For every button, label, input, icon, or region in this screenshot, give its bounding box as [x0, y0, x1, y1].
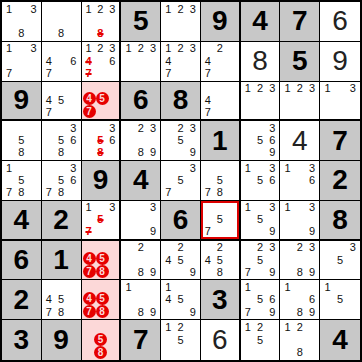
candidate-3: 3: [187, 3, 199, 15]
given-digit: 7: [280, 2, 319, 41]
cell-r5c5[interactable]: 357: [161, 161, 201, 201]
cell-r2c5[interactable]: 12347: [161, 42, 201, 82]
candidate-1: 1: [3, 43, 15, 55]
candidate-6: 6: [106, 135, 118, 147]
pencil-marks: 2458: [202, 242, 238, 279]
cell-r9c2[interactable]: 9: [42, 320, 82, 360]
cell-r9c5[interactable]: 125: [161, 320, 201, 360]
cell-r3c3[interactable]: 457: [82, 82, 122, 122]
cell-r7c3[interactable]: 4578: [82, 241, 122, 281]
candidate-6: 6: [67, 135, 79, 147]
cell-r7c6[interactable]: 2458: [201, 241, 241, 281]
candidate-3: 3: [28, 3, 40, 15]
pencil-marks: 123: [281, 83, 318, 119]
candidate-6: 6: [106, 55, 118, 67]
candidate-5: 5: [334, 294, 347, 306]
candidate-2: 2: [94, 3, 106, 15]
candidate-3: 3: [106, 122, 118, 134]
candidate-2: 2: [174, 321, 186, 334]
highlighted-candidate-5: 5: [94, 333, 107, 346]
eliminated-candidate-7: 7: [83, 226, 95, 238]
candidate-5: 5: [214, 254, 226, 266]
cell-r2c9[interactable]: 9: [320, 42, 360, 82]
cell-r9c3[interactable]: 58: [82, 320, 122, 360]
candidate-2: 2: [174, 43, 186, 55]
candidate-7: 7: [202, 67, 214, 79]
candidate-8: 8: [135, 306, 147, 318]
given-digit: 4: [241, 2, 280, 41]
highlighted-candidate-7: 7: [83, 305, 96, 318]
candidate-2: 2: [294, 321, 306, 334]
candidate-8: 8: [214, 266, 226, 278]
pencil-marks: 128: [281, 321, 318, 359]
cell-r5c4[interactable]: 4: [121, 161, 161, 201]
candidate-5: 5: [254, 294, 266, 306]
cell-r5c9[interactable]: 2: [320, 161, 360, 201]
candidate-2: 2: [254, 321, 266, 334]
pencil-marks: 138: [3, 3, 40, 40]
pencil-marks: 125: [242, 321, 279, 359]
pencil-marks: 3569: [242, 122, 279, 159]
cell-r1c8[interactable]: 7: [280, 2, 320, 42]
candidate-4: 4: [43, 294, 55, 306]
pencil-marks: 1356: [242, 162, 279, 199]
candidate-3: 3: [28, 43, 40, 55]
pencil-marks: 23579: [242, 242, 279, 279]
given-digit: 9: [82, 161, 120, 200]
candidate-2: 2: [174, 3, 186, 15]
highlighted-candidate-5: 5: [96, 292, 109, 305]
candidate-2: 2: [94, 43, 106, 55]
candidate-1: 1: [242, 162, 254, 174]
cell-r3c2[interactable]: 457: [42, 82, 82, 122]
cell-r1c9[interactable]: 6: [320, 2, 360, 42]
given-digit: 2: [320, 161, 360, 200]
given-digit: 4: [121, 161, 160, 200]
candidate-1: 1: [242, 321, 254, 334]
cell-r7c4[interactable]: 289: [121, 241, 161, 281]
cell-r6c3[interactable]: 1357: [82, 201, 122, 241]
candidate-1: 1: [3, 3, 15, 15]
pencil-marks: 8: [43, 3, 80, 40]
cell-r7c8[interactable]: 2389: [280, 241, 320, 281]
cell-r5c2[interactable]: 35678: [42, 161, 82, 201]
cell-r8c8[interactable]: 1689: [280, 280, 320, 320]
candidate-7: 7: [162, 67, 174, 79]
candidate-1: 1: [321, 83, 334, 95]
pencil-marks: 189: [122, 281, 159, 318]
cell-r9c9[interactable]: 4: [320, 320, 360, 360]
candidate-1: 1: [83, 202, 95, 214]
candidate-3: 3: [306, 202, 318, 214]
highlighted-candidate-8: 8: [96, 265, 109, 278]
candidate-7: 7: [162, 187, 174, 199]
candidate-5: 5: [55, 294, 67, 306]
candidate-4: 4: [162, 294, 174, 306]
candidate-5: 5: [254, 135, 266, 147]
candidate-5: 5: [174, 174, 186, 186]
candidate-7: 7: [43, 67, 55, 79]
pencil-marks: 4578: [43, 281, 80, 318]
candidate-3: 3: [106, 3, 118, 15]
cell-r1c6[interactable]: 9: [201, 2, 241, 42]
candidate-9: 9: [187, 266, 199, 278]
pencil-marks: 578: [202, 162, 238, 199]
highlighted-candidate-5: 5: [96, 252, 109, 265]
candidate-5: 5: [55, 94, 67, 106]
pencil-marks: 4578: [83, 242, 119, 279]
cell-r6c1[interactable]: 4: [2, 201, 42, 241]
candidate-3: 3: [67, 122, 79, 134]
candidate-5: 5: [254, 334, 266, 347]
eliminated-candidate-4: 4: [83, 55, 95, 67]
candidate-7: 7: [3, 187, 15, 199]
candidate-8: 8: [135, 266, 147, 278]
pencil-marks: 1459: [162, 281, 199, 318]
pencil-marks: 2459: [162, 242, 199, 279]
candidate-3: 3: [147, 202, 159, 214]
cell-r9c8[interactable]: 128: [280, 320, 320, 360]
cell-r6c9[interactable]: 8: [320, 201, 360, 241]
candidate-3: 3: [266, 122, 278, 134]
pencil-marks: 357: [162, 162, 199, 199]
pencil-marks: 1238: [83, 3, 119, 40]
pencil-marks: 125: [162, 321, 199, 359]
candidate-7: 7: [3, 67, 15, 79]
cell-r2c2[interactable]: 467: [42, 42, 82, 82]
candidate-2: 2: [254, 242, 266, 254]
candidate-1: 1: [242, 83, 254, 95]
highlighted-candidate-4: 4: [83, 252, 96, 265]
candidate-9: 9: [147, 147, 159, 159]
pencil-marks: 58: [3, 122, 40, 159]
given-digit: 8: [161, 82, 200, 120]
candidate-5: 5: [214, 174, 226, 186]
cell-r3c9[interactable]: 13: [320, 82, 360, 122]
cell-r2c4[interactable]: 123: [121, 42, 161, 82]
candidate-2: 2: [174, 242, 186, 254]
cell-r4c5[interactable]: 2359: [161, 121, 201, 161]
cell-r6c8[interactable]: 139: [280, 201, 320, 241]
candidate-1: 1: [242, 281, 254, 293]
candidate-8: 8: [15, 187, 27, 199]
cell-r6c2[interactable]: 2: [42, 201, 82, 241]
cell-r5c7[interactable]: 1356: [241, 161, 281, 201]
candidate-8: 8: [55, 306, 67, 318]
solved-digit: 6: [201, 320, 239, 360]
candidate-6: 6: [266, 294, 278, 306]
candidate-5: 5: [334, 254, 347, 266]
candidate-9: 9: [306, 226, 318, 238]
candidate-9: 9: [266, 147, 278, 159]
candidate-6: 6: [67, 55, 79, 67]
cell-r5c3[interactable]: 9: [82, 161, 122, 201]
given-digit: 3: [201, 280, 239, 319]
cell-r4c3[interactable]: 3568: [82, 121, 122, 161]
cell-r8c7[interactable]: 15679: [241, 280, 281, 320]
cell-r3c5[interactable]: 8: [161, 82, 201, 122]
given-digit: 1: [201, 121, 239, 160]
candidate-3: 3: [187, 122, 199, 134]
cell-r8c4[interactable]: 189: [121, 280, 161, 320]
candidate-5: 5: [174, 294, 186, 306]
pencil-marks: 35678: [43, 162, 80, 199]
cell-r3c7[interactable]: 123: [241, 82, 281, 122]
cell-r9c1[interactable]: 3: [2, 320, 42, 360]
pencil-marks: 123: [162, 3, 199, 40]
candidate-8: 8: [55, 28, 67, 40]
cell-r8c5[interactable]: 1459: [161, 280, 201, 320]
candidate-4: 4: [43, 55, 55, 67]
cell-r1c2[interactable]: 8: [42, 2, 82, 42]
cell-r4c9[interactable]: 7: [320, 121, 360, 161]
candidate-5: 5: [15, 135, 27, 147]
candidate-3: 3: [266, 83, 278, 95]
cell-r3c1[interactable]: 9: [2, 82, 42, 122]
pencil-marks: 57: [202, 202, 238, 238]
cell-r1c1[interactable]: 138: [2, 2, 42, 42]
pencil-marks: 2389: [122, 122, 159, 159]
candidate-3: 3: [306, 162, 318, 174]
cell-r2c3[interactable]: 123467: [82, 42, 122, 82]
cell-r3c8[interactable]: 123: [280, 82, 320, 122]
eliminated-candidate-8: 8: [94, 28, 106, 40]
cell-r2c7[interactable]: 8: [241, 42, 281, 82]
candidate-1: 1: [3, 162, 15, 174]
highlighted-candidate-8: 8: [96, 305, 109, 318]
eliminated-candidate-5: 5: [94, 135, 106, 147]
cell-r7c1[interactable]: 6: [2, 241, 42, 281]
given-digit: 2: [2, 280, 41, 319]
cell-r8c6[interactable]: 3: [201, 280, 241, 320]
candidate-9: 9: [147, 226, 159, 238]
candidate-6: 6: [266, 135, 278, 147]
pencil-marks: 457: [83, 83, 119, 119]
given-digit: 5: [280, 42, 319, 81]
cell-r6c5[interactable]: 6: [161, 201, 201, 241]
given-digit: 7: [121, 320, 160, 360]
cell-r3c4[interactable]: 6: [121, 82, 161, 122]
candidate-9: 9: [187, 306, 199, 318]
given-digit: 5: [121, 2, 160, 41]
cell-r6c4[interactable]: 39: [121, 201, 161, 241]
candidate-3: 3: [306, 242, 318, 254]
cell-r1c3[interactable]: 1238: [82, 2, 122, 42]
candidate-1: 1: [83, 3, 95, 15]
pencil-marks: 139: [281, 202, 318, 238]
highlighted-candidate-5: 5: [96, 92, 109, 105]
solved-digit: 6: [320, 2, 360, 41]
candidate-9: 9: [266, 226, 278, 238]
candidate-8: 8: [294, 266, 306, 278]
highlighted-candidate-8: 8: [94, 346, 107, 359]
given-digit: 4: [320, 320, 360, 360]
cell-r5c1[interactable]: 1578: [2, 161, 42, 201]
cell-r4c8[interactable]: 4: [280, 121, 320, 161]
candidate-1: 1: [83, 43, 95, 55]
candidate-9: 9: [147, 306, 159, 318]
eliminated-candidate-5: 5: [94, 214, 106, 226]
candidate-8: 8: [15, 147, 27, 159]
given-digit: 8: [320, 201, 360, 239]
pencil-marks: 289: [122, 242, 159, 279]
candidate-8: 8: [294, 346, 306, 359]
cell-r9c4[interactable]: 7: [121, 320, 161, 360]
candidate-8: 8: [294, 306, 306, 318]
given-digit: 9: [42, 320, 81, 360]
pencil-marks: 136: [281, 162, 318, 199]
candidate-1: 1: [242, 202, 254, 214]
candidate-3: 3: [106, 202, 118, 214]
given-digit: 9: [2, 82, 41, 120]
candidate-3: 3: [147, 122, 159, 134]
given-digit: 7: [320, 121, 360, 160]
cell-r5c8[interactable]: 136: [280, 161, 320, 201]
candidate-1: 1: [122, 43, 134, 55]
candidate-7: 7: [202, 226, 214, 238]
cell-r4c6[interactable]: 1: [201, 121, 241, 161]
pencil-marks: 47: [202, 83, 238, 119]
candidate-6: 6: [306, 294, 318, 306]
cell-r8c3[interactable]: 4578: [82, 280, 122, 320]
pencil-marks: 137: [3, 43, 40, 80]
cell-r9c7[interactable]: 125: [241, 320, 281, 360]
candidate-3: 3: [266, 242, 278, 254]
candidate-9: 9: [147, 266, 159, 278]
candidate-1: 1: [162, 321, 174, 334]
candidate-1: 1: [281, 83, 293, 95]
candidate-7: 7: [43, 187, 55, 199]
candidate-1: 1: [321, 281, 334, 293]
candidate-3: 3: [266, 162, 278, 174]
highlighted-candidate-4: 4: [83, 92, 96, 105]
cell-r7c2[interactable]: 1: [42, 241, 82, 281]
candidate-8: 8: [135, 147, 147, 159]
candidate-8: 8: [55, 147, 67, 159]
given-digit: 4: [2, 201, 41, 239]
candidate-5: 5: [254, 174, 266, 186]
cell-r9c6[interactable]: 6: [201, 320, 241, 360]
candidate-4: 4: [162, 55, 174, 67]
candidate-7: 7: [202, 106, 214, 118]
candidate-2: 2: [294, 242, 306, 254]
candidate-3: 3: [346, 242, 359, 254]
candidate-7: 7: [242, 266, 254, 278]
candidate-5: 5: [254, 254, 266, 266]
candidate-8: 8: [15, 28, 27, 40]
pencil-marks: 35: [321, 242, 359, 279]
cell-r5c6[interactable]: 578: [201, 161, 241, 201]
cell-r8c1[interactable]: 2: [2, 280, 42, 320]
candidate-5: 5: [214, 214, 226, 226]
candidate-9: 9: [187, 147, 199, 159]
cell-r7c7[interactable]: 23579: [241, 241, 281, 281]
candidate-5: 5: [174, 254, 186, 266]
cell-r3c6[interactable]: 47: [201, 82, 241, 122]
cell-r6c7[interactable]: 1359: [241, 201, 281, 241]
candidate-9: 9: [266, 266, 278, 278]
given-digit: 6: [121, 82, 160, 120]
candidate-2: 2: [135, 43, 147, 55]
highlighted-candidate-4: 4: [83, 292, 96, 305]
candidate-8: 8: [214, 187, 226, 199]
pencil-marks: 2359: [162, 122, 199, 159]
cell-r2c1[interactable]: 137: [2, 42, 42, 82]
solved-digit: 8: [241, 42, 280, 81]
candidate-6: 6: [306, 174, 318, 186]
pencil-marks: 12347: [162, 43, 199, 80]
candidate-5: 5: [174, 334, 186, 347]
given-digit: 2: [42, 201, 81, 239]
eliminated-candidate-7: 7: [83, 67, 95, 79]
pencil-marks: 58: [83, 321, 119, 359]
candidate-2: 2: [294, 83, 306, 95]
candidate-5: 5: [174, 135, 186, 147]
candidate-4: 4: [202, 55, 214, 67]
candidate-9: 9: [306, 266, 318, 278]
cell-r8c9[interactable]: 15: [320, 280, 360, 320]
given-digit: 1: [42, 241, 81, 280]
sudoku-board: 1388123851239476137467123467123123472478…: [0, 0, 362, 362]
pencil-marks: 15: [321, 281, 359, 318]
cell-r7c5[interactable]: 2459: [161, 241, 201, 281]
solved-digit: 4: [280, 121, 319, 160]
pencil-marks: 39: [122, 202, 159, 238]
cell-r1c5[interactable]: 123: [161, 2, 201, 42]
candidate-9: 9: [306, 306, 318, 318]
cell-r1c7[interactable]: 4: [241, 2, 281, 42]
cell-r2c8[interactable]: 5: [280, 42, 320, 82]
pencil-marks: 4578: [83, 281, 119, 318]
candidate-3: 3: [67, 162, 79, 174]
candidate-3: 3: [346, 83, 359, 95]
pencil-marks: 123467: [83, 43, 119, 80]
cell-r1c4[interactable]: 5: [121, 2, 161, 42]
candidate-3: 3: [147, 43, 159, 55]
candidate-7: 7: [43, 306, 55, 318]
candidate-5: 5: [55, 135, 67, 147]
cell-r2c6[interactable]: 247: [201, 42, 241, 82]
cell-r4c4[interactable]: 2389: [121, 121, 161, 161]
candidate-5: 5: [55, 174, 67, 186]
pencil-marks: 247: [202, 43, 238, 80]
candidate-2: 2: [135, 122, 147, 134]
candidate-1: 1: [281, 162, 293, 174]
candidate-8: 8: [55, 187, 67, 199]
candidate-3: 3: [266, 202, 278, 214]
candidate-2: 2: [254, 83, 266, 95]
candidate-4: 4: [162, 254, 174, 266]
cell-r4c2[interactable]: 3568: [42, 121, 82, 161]
pencil-marks: 15679: [242, 281, 279, 318]
highlighted-candidate-7: 7: [83, 265, 96, 278]
given-digit: 6: [2, 241, 41, 280]
cell-r7c9[interactable]: 35: [320, 241, 360, 281]
given-digit: 9: [201, 2, 239, 41]
pencil-marks: 457: [43, 83, 80, 119]
cell-r6c6-selected[interactable]: 57: [201, 201, 241, 241]
cell-r4c1[interactable]: 58: [2, 121, 42, 161]
candidate-3: 3: [187, 43, 199, 55]
cell-r8c2[interactable]: 4578: [42, 280, 82, 320]
solved-digit: 9: [320, 42, 360, 81]
candidate-9: 9: [266, 306, 278, 318]
candidate-3: 3: [187, 162, 199, 174]
candidate-4: 4: [202, 254, 214, 266]
candidate-5: 5: [15, 174, 27, 186]
pencil-marks: 2389: [281, 242, 318, 279]
cell-r4c7[interactable]: 3569: [241, 121, 281, 161]
